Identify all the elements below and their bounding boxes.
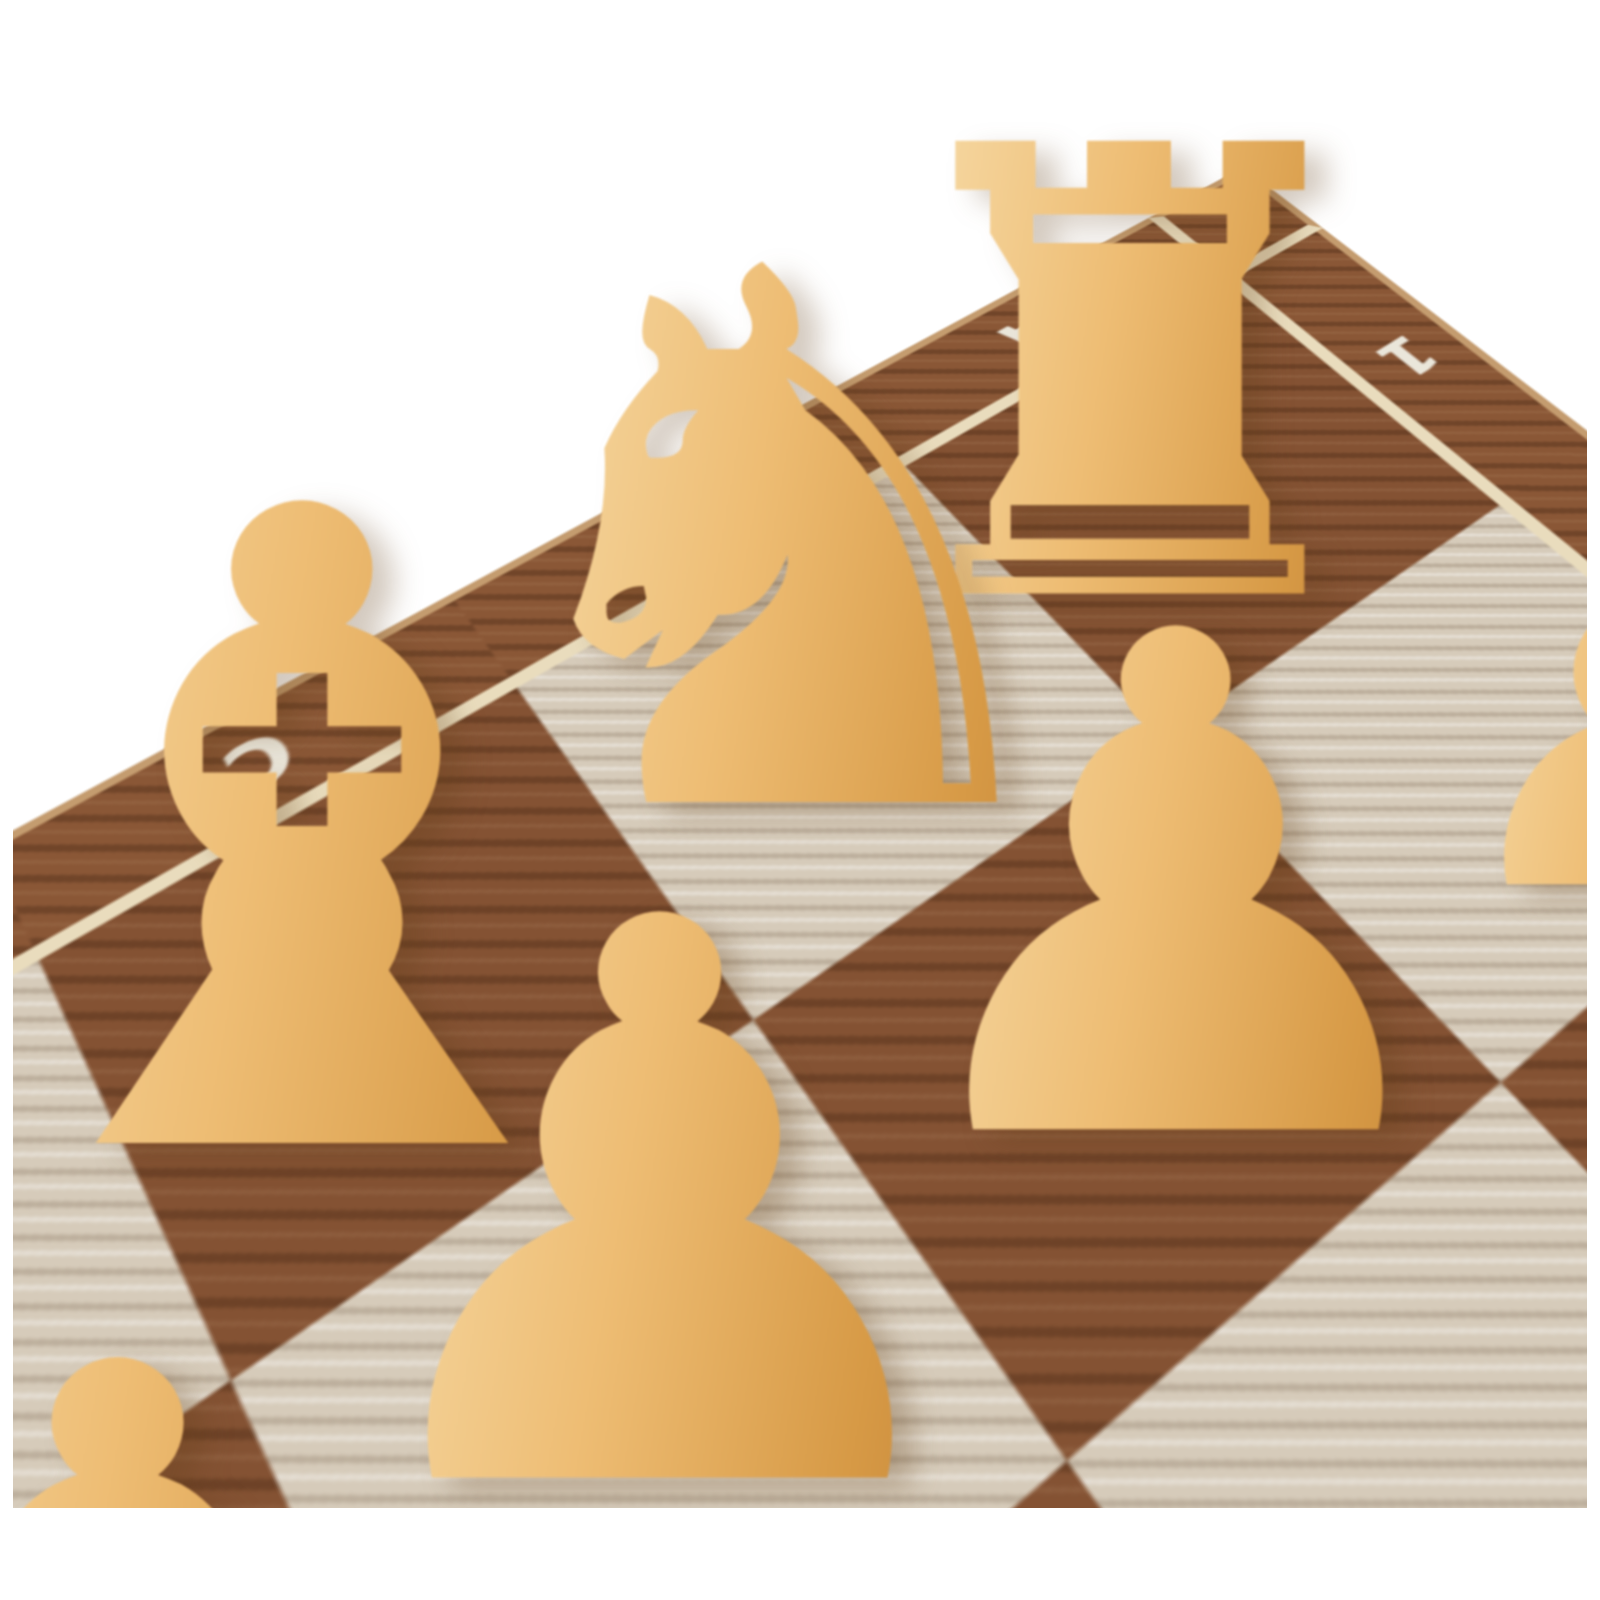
photo-area: 1ABC ♜♞♟♟♝♟♟ <box>0 0 1600 1508</box>
white-pawn-d2: ♟ <box>0 1261 490 1508</box>
photo-bottom-margin <box>0 1508 1600 1600</box>
photo-left-margin <box>0 0 13 1508</box>
photo-right-margin <box>1587 0 1600 1508</box>
product-photo: 1ABC ♜♞♟♟♝♟♟ <box>0 0 1600 1600</box>
